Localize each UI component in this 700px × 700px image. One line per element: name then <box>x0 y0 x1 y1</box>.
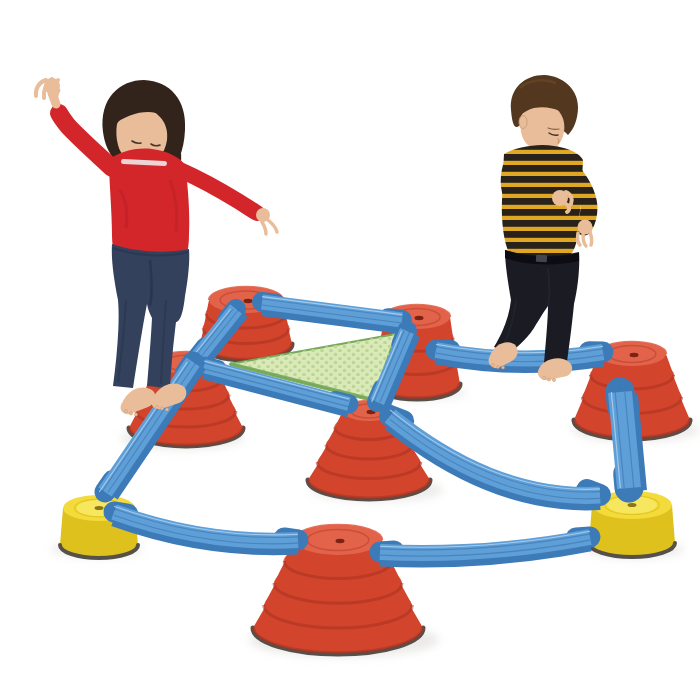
red-cone-center-right-top-hole <box>415 316 424 320</box>
plank-right-drop <box>611 392 635 491</box>
red-cone-bottom-top-hole <box>336 539 345 543</box>
balance-course-scene <box>0 0 700 700</box>
girl-toe <box>134 413 137 416</box>
red-cone-right-top-hole <box>630 353 639 357</box>
girl-toe <box>165 408 168 411</box>
boy-toe <box>542 376 545 379</box>
girl-toe <box>155 405 158 408</box>
product-photo: Two barefoot children play on a balance … <box>0 0 700 700</box>
boy-ear <box>519 116 527 129</box>
boy-toe <box>497 366 500 369</box>
girl-toe <box>129 412 132 415</box>
yellow-disc-right-top-hole <box>628 503 637 507</box>
boy-toe <box>552 378 555 381</box>
girl-toe <box>124 409 127 412</box>
red-cone-top-left-top-hole <box>244 299 253 303</box>
boy-toe <box>502 366 505 369</box>
boy-belt-buckle <box>536 255 547 263</box>
boy-toe <box>547 378 550 381</box>
boy-toe <box>492 364 495 367</box>
plank-right-drop-top <box>620 392 629 488</box>
girl-toe <box>160 407 163 410</box>
yellow-disc-left-top-hole <box>95 506 104 510</box>
